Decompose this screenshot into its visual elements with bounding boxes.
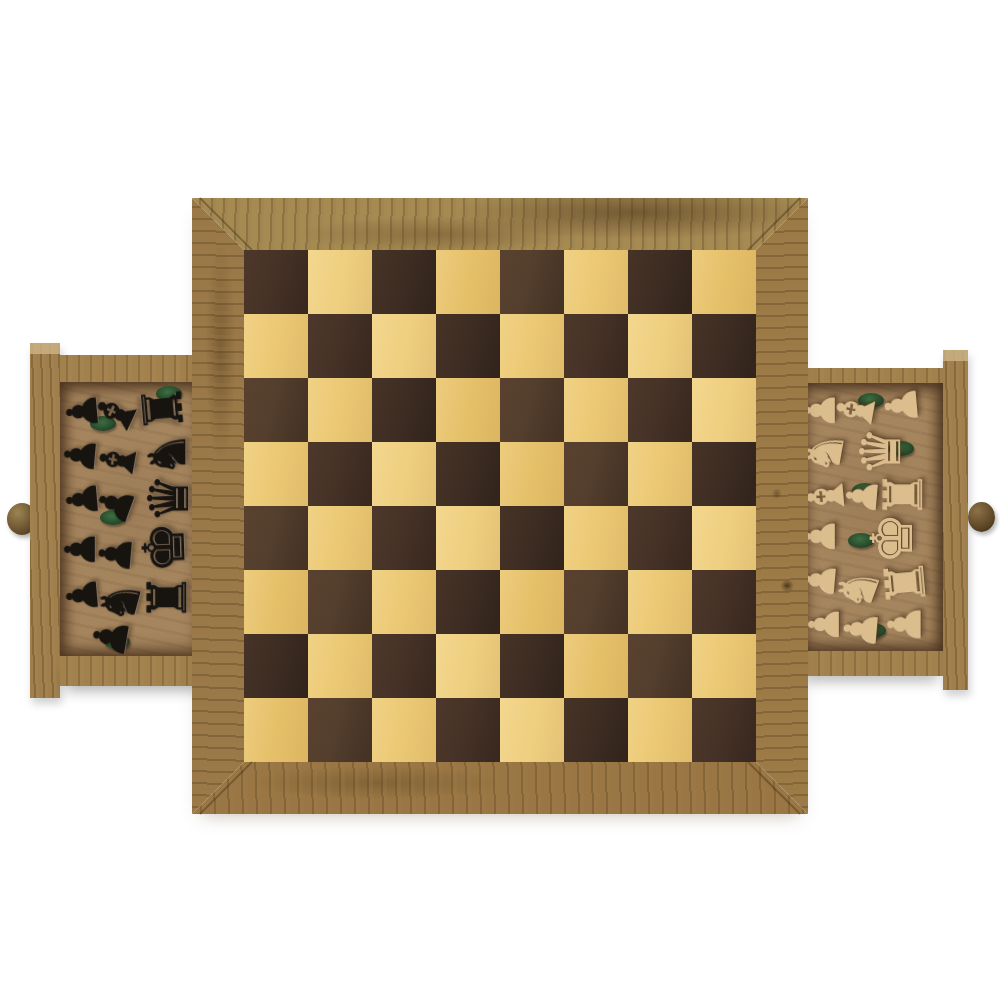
black-king[interactable]: ♚ — [134, 520, 194, 574]
square-d5[interactable] — [436, 442, 500, 506]
square-g2[interactable] — [628, 634, 692, 698]
square-h6[interactable] — [692, 378, 756, 442]
right-drawer-tray: ♟♝♟♞♛♝♜♟♟♚♟♞♜♟♟♟ — [800, 383, 943, 651]
square-d4[interactable] — [436, 506, 500, 570]
square-d7[interactable] — [436, 314, 500, 378]
square-f8[interactable] — [564, 250, 628, 314]
square-b1[interactable] — [308, 698, 372, 762]
square-a6[interactable] — [244, 378, 308, 442]
square-a5[interactable] — [244, 442, 308, 506]
square-f6[interactable] — [564, 378, 628, 442]
square-d2[interactable] — [436, 634, 500, 698]
white-pawn[interactable]: ♟ — [882, 603, 928, 644]
square-h7[interactable] — [692, 314, 756, 378]
white-pawn[interactable]: ♟ — [840, 475, 885, 516]
square-c1[interactable] — [372, 698, 436, 762]
square-g6[interactable] — [628, 378, 692, 442]
square-a7[interactable] — [244, 314, 308, 378]
black-knight[interactable]: ♞ — [141, 431, 193, 478]
square-e8[interactable] — [500, 250, 564, 314]
square-f3[interactable] — [564, 570, 628, 634]
square-d1[interactable] — [436, 698, 500, 762]
square-b8[interactable] — [308, 250, 372, 314]
square-b7[interactable] — [308, 314, 372, 378]
square-c8[interactable] — [372, 250, 436, 314]
white-queen[interactable]: ♛ — [853, 426, 909, 476]
board-frame-right — [756, 198, 808, 814]
square-f1[interactable] — [564, 698, 628, 762]
square-f5[interactable] — [564, 442, 628, 506]
white-pawn[interactable]: ♟ — [878, 383, 925, 426]
black-rook[interactable]: ♜ — [141, 573, 195, 621]
square-g5[interactable] — [628, 442, 692, 506]
square-g3[interactable] — [628, 570, 692, 634]
square-e5[interactable] — [500, 442, 564, 506]
square-a8[interactable] — [244, 250, 308, 314]
square-c3[interactable] — [372, 570, 436, 634]
square-h2[interactable] — [692, 634, 756, 698]
square-a4[interactable] — [244, 506, 308, 570]
square-h1[interactable] — [692, 698, 756, 762]
square-c6[interactable] — [372, 378, 436, 442]
square-d8[interactable] — [436, 250, 500, 314]
board-frame-bottom — [192, 762, 808, 814]
right-drawer: ♟♝♟♞♛♝♜♟♟♚♟♞♜♟♟♟ — [795, 345, 1000, 695]
square-g7[interactable] — [628, 314, 692, 378]
square-a2[interactable] — [244, 634, 308, 698]
square-a3[interactable] — [244, 570, 308, 634]
square-b6[interactable] — [308, 378, 372, 442]
square-b5[interactable] — [308, 442, 372, 506]
square-f7[interactable] — [564, 314, 628, 378]
square-c5[interactable] — [372, 442, 436, 506]
square-c7[interactable] — [372, 314, 436, 378]
black-pawn[interactable]: ♟ — [84, 613, 136, 662]
square-d3[interactable] — [436, 570, 500, 634]
square-b2[interactable] — [308, 634, 372, 698]
right-drawer-bottom-rim — [800, 651, 943, 676]
black-pawn[interactable]: ♟ — [92, 532, 139, 575]
square-g1[interactable] — [628, 698, 692, 762]
board-grid — [244, 250, 756, 762]
square-f2[interactable] — [564, 634, 628, 698]
right-drawer-top-rim — [800, 368, 943, 383]
square-e7[interactable] — [500, 314, 564, 378]
square-h8[interactable] — [692, 250, 756, 314]
square-e3[interactable] — [500, 570, 564, 634]
right-drawer-knob[interactable] — [968, 502, 995, 532]
black-queen[interactable]: ♛ — [141, 473, 197, 523]
square-b4[interactable] — [308, 506, 372, 570]
white-rook[interactable]: ♜ — [877, 556, 935, 609]
square-e6[interactable] — [500, 378, 564, 442]
right-drawer-front-panel[interactable] — [943, 350, 968, 690]
square-e4[interactable] — [500, 506, 564, 570]
left-drawer: ♟♝♜♟♝♞♟♛♟♟♚♟♟♞♜♟ — [5, 340, 207, 702]
square-h4[interactable] — [692, 506, 756, 570]
left-drawer-top-rim — [60, 355, 207, 382]
board-frame-top — [192, 198, 808, 250]
square-e2[interactable] — [500, 634, 564, 698]
square-e1[interactable] — [500, 698, 564, 762]
square-f4[interactable] — [564, 506, 628, 570]
square-h5[interactable] — [692, 442, 756, 506]
square-g4[interactable] — [628, 506, 692, 570]
square-c2[interactable] — [372, 634, 436, 698]
left-drawer-tray: ♟♝♜♟♝♞♟♛♟♟♚♟♟♞♜♟ — [60, 382, 205, 656]
square-c4[interactable] — [372, 506, 436, 570]
square-g8[interactable] — [628, 250, 692, 314]
left-drawer-bottom-rim — [60, 656, 207, 686]
board-frame-left — [192, 198, 244, 814]
chess-set-scene: ♟♝♜♟♝♞♟♛♟♟♚♟♟♞♜♟ ♟♝♟♞♛♝♜♟♟♚♟♞♜♟♟♟ — [0, 0, 1000, 1000]
black-rook[interactable]: ♜ — [131, 383, 189, 436]
square-d6[interactable] — [436, 378, 500, 442]
chess-board — [192, 198, 808, 814]
square-a1[interactable] — [244, 698, 308, 762]
square-b3[interactable] — [308, 570, 372, 634]
square-h3[interactable] — [692, 570, 756, 634]
